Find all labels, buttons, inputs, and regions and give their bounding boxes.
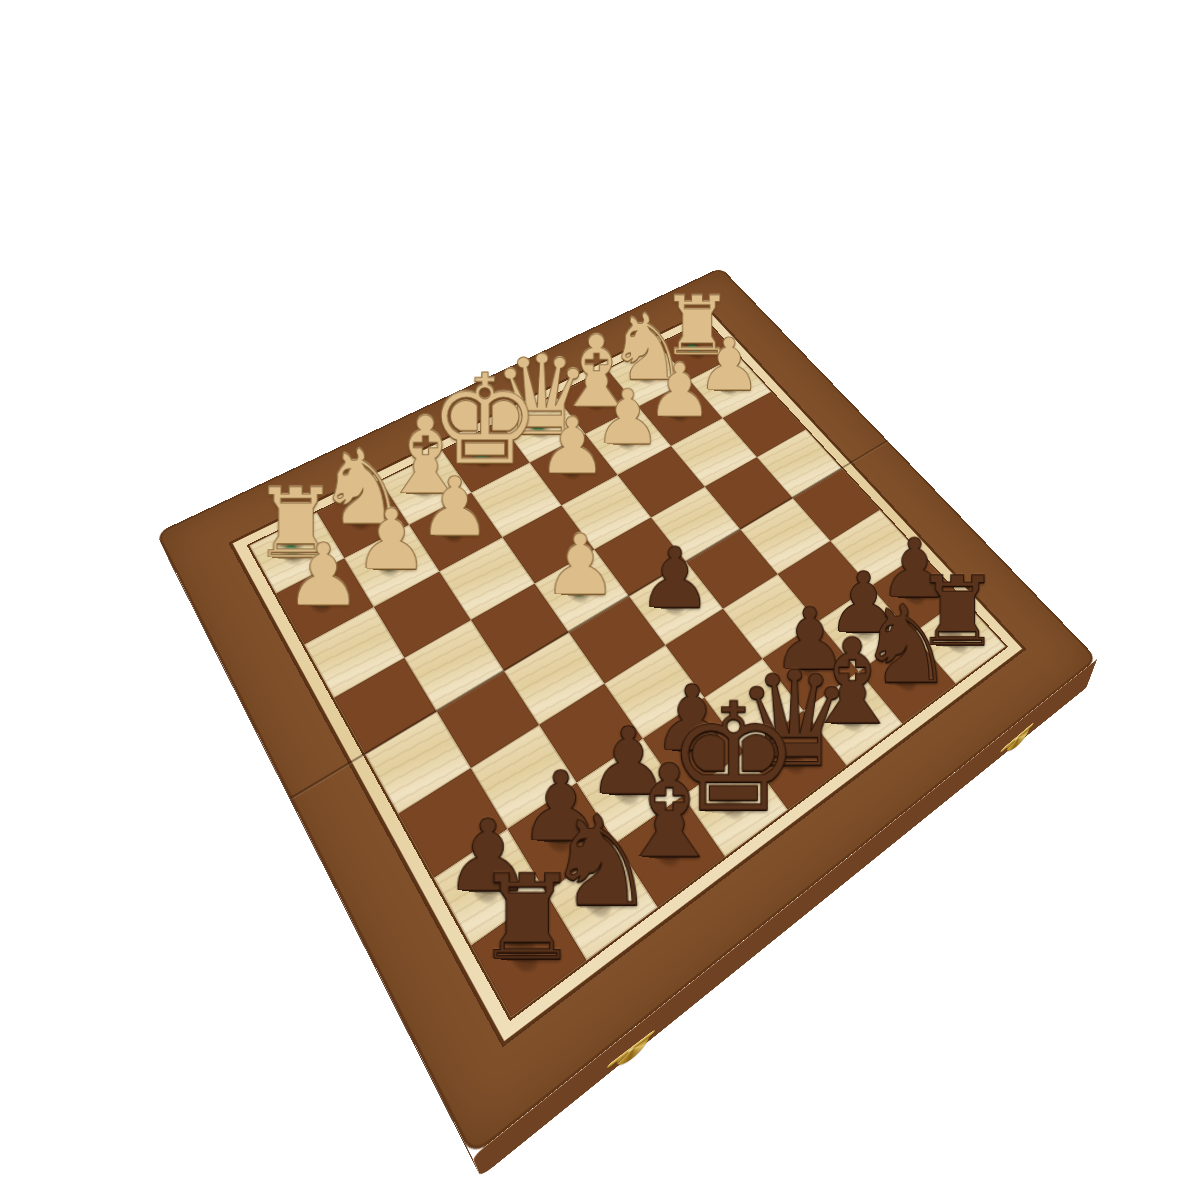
perspective-scene: ♜♟♟♜♞♟♟♞♝♟♟♝♛♟♟♛♚♟♟♚♝♟♟♝♞♟♟♞♜♟♟♜ [0, 0, 1200, 1200]
square-h2: ♟ [276, 558, 374, 644]
board-frame-top-face: ♜♟♟♜♞♟♟♞♝♟♟♝♛♟♟♛♚♟♟♚♝♟♟♝♞♟♟♞♜♟♟♜ [156, 268, 1097, 1157]
square-a4 [756, 429, 841, 498]
square-h8: ♜ [471, 892, 587, 1017]
folding-chess-box: ♜♟♟♜♞♟♟♞♝♟♟♝♛♟♟♛♚♟♟♚♝♟♟♝♞♟♟♞♜♟♟♜ [156, 268, 1097, 1157]
product-photo-stage: ♜♟♟♜♞♟♟♞♝♟♟♝♛♟♟♛♚♟♟♚♝♟♟♝♞♟♟♞♜♟♟♜ [0, 0, 1200, 1200]
board-border-strip: ♜♟♟♜♞♟♟♞♝♟♟♝♛♟♟♛♚♟♟♚♝♟♟♝♞♟♟♞♜♟♟♜ [230, 309, 1025, 1045]
chess-board-grid: ♜♟♟♜♞♟♟♞♝♟♟♝♛♟♟♛♚♟♟♚♝♟♟♝♞♟♟♞♜♟♟♜ [250, 321, 1006, 1017]
